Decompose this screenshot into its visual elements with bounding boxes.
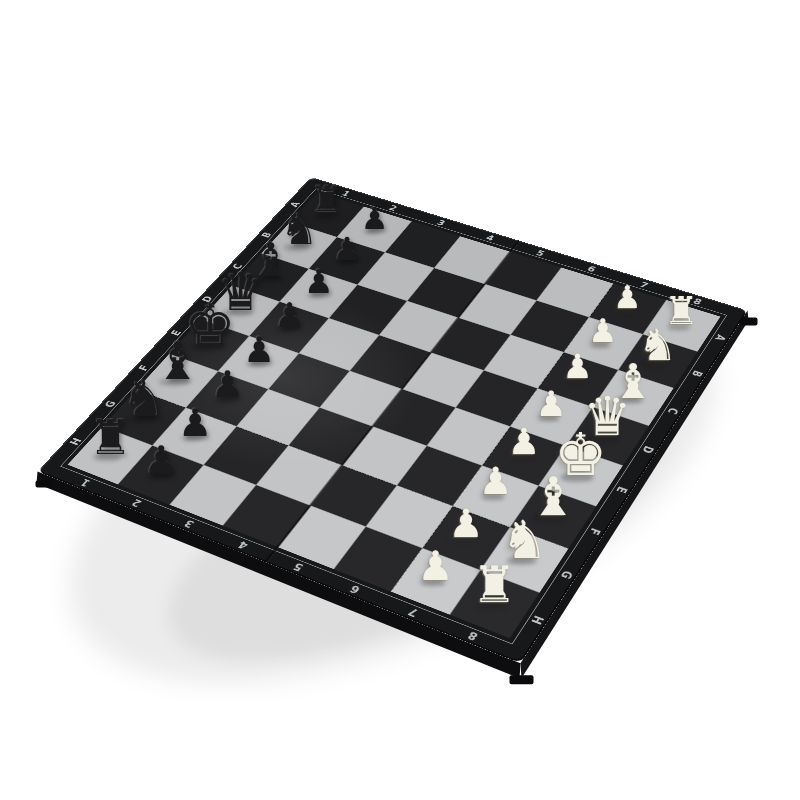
file-label-b-lower-right-edge: B <box>689 369 703 378</box>
rank-label-8-lower-left-edge: 8 <box>467 629 481 641</box>
rank-label-2-upper-right-edge: 2 <box>387 204 398 212</box>
frame-foot-left <box>36 481 52 488</box>
file-label-b-upper-left-edge: B <box>261 231 274 238</box>
rank-label-7-upper-right-edge: 7 <box>638 281 649 289</box>
rank-label-1-upper-right-edge: 1 <box>340 190 351 197</box>
rank-label-3-lower-left-edge: 3 <box>183 518 196 529</box>
frame-foot-bottom <box>510 675 534 684</box>
file-label-d-upper-left-edge: D <box>201 295 215 303</box>
rank-label-7-lower-left-edge: 7 <box>407 606 421 618</box>
file-label-a-lower-right-edge: A <box>712 333 726 341</box>
rank-label-5-lower-left-edge: 5 <box>292 561 306 572</box>
rank-label-2-lower-left-edge: 2 <box>131 497 144 507</box>
file-label-f-upper-left-edge: F <box>138 364 151 372</box>
file-label-f-lower-right-edge: F <box>586 526 601 535</box>
file-label-g-upper-left-edge: G <box>104 400 118 409</box>
file-label-a-upper-left-edge: A <box>289 201 302 208</box>
file-label-h-lower-right-edge: H <box>528 614 544 626</box>
file-label-e-upper-left-edge: E <box>170 329 183 337</box>
rank-label-6-lower-left-edge: 6 <box>349 583 363 594</box>
file-label-c-upper-left-edge: C <box>231 263 244 270</box>
rank-label-1-lower-left-edge: 1 <box>79 477 92 487</box>
rank-label-4-upper-right-edge: 4 <box>484 234 495 242</box>
rank-label-6-upper-right-edge: 6 <box>586 265 597 273</box>
rank-label-4-lower-left-edge: 4 <box>237 539 251 550</box>
file-label-c-lower-right-edge: C <box>665 406 679 415</box>
rank-label-5-upper-right-edge: 5 <box>534 249 545 257</box>
rank-label-3-upper-right-edge: 3 <box>435 219 446 227</box>
product-photo-chess-set: 1122334455667788AABBCCDDEEFFGGHH ♜♟♞♟♝♟♟… <box>0 0 800 800</box>
file-label-e-lower-right-edge: E <box>614 485 628 494</box>
file-label-d-lower-right-edge: D <box>639 444 654 454</box>
file-label-h-upper-left-edge: H <box>69 437 84 447</box>
rank-label-8-upper-right-edge: 8 <box>692 298 703 307</box>
file-label-g-lower-right-edge: G <box>558 569 574 580</box>
